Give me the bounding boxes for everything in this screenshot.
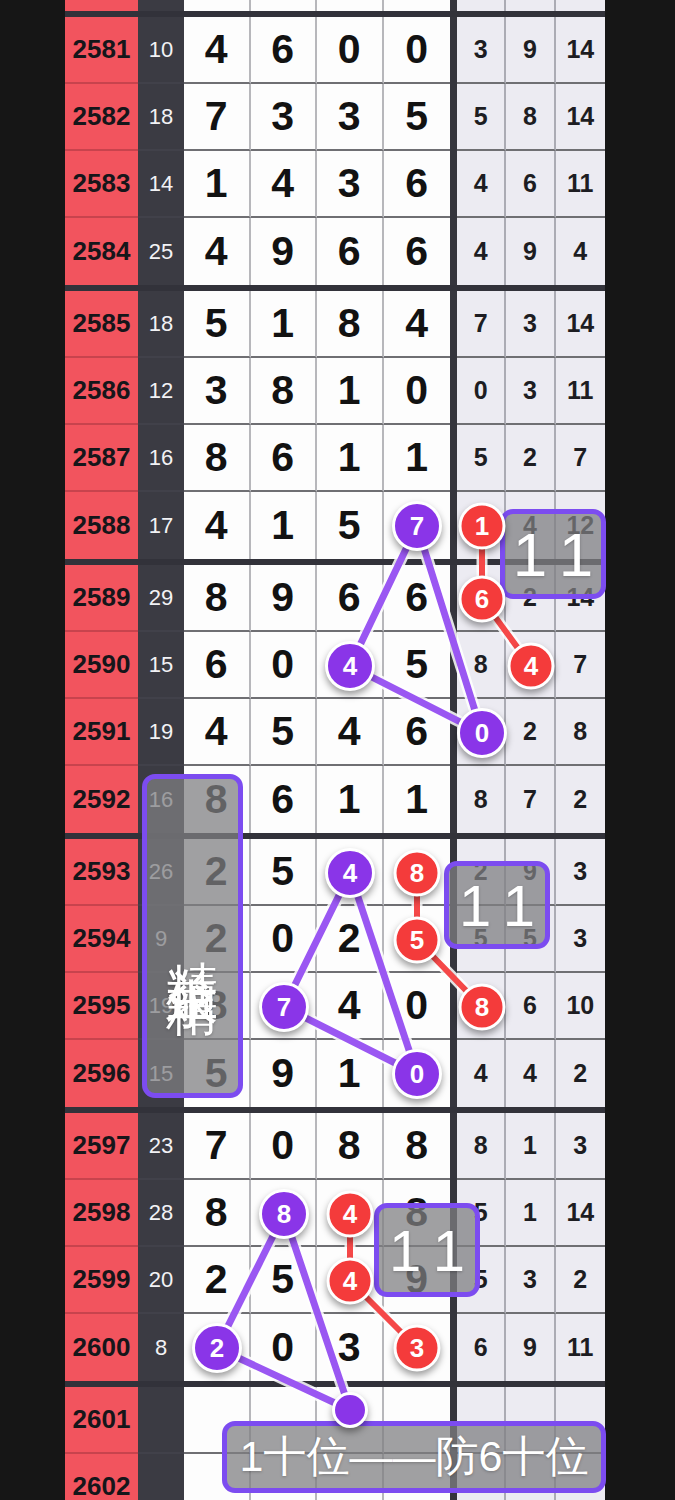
trend-line-red xyxy=(350,1281,417,1348)
trend-lines-layer xyxy=(0,0,675,1500)
trend-line-purple xyxy=(350,526,417,666)
trend-line-red xyxy=(417,940,482,1007)
lottery-trend-chart-screen[interactable]: 2581104600391425821873355814258314143646… xyxy=(0,0,675,1500)
trend-line-purple xyxy=(217,1214,284,1348)
trend-line-purple xyxy=(284,873,350,1007)
trend-line-red xyxy=(482,599,531,666)
